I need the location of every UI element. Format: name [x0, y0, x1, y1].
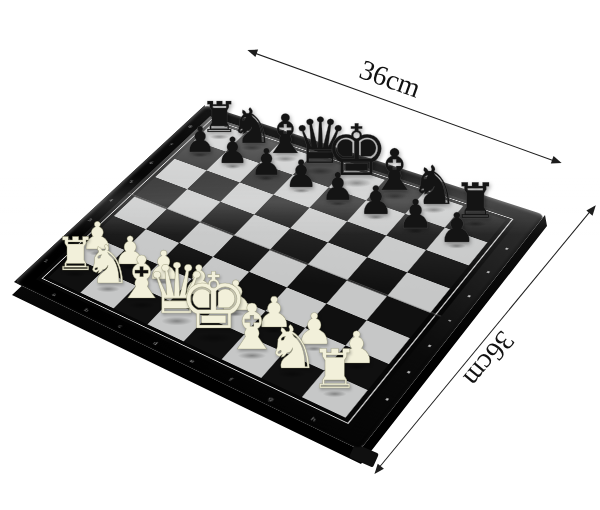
rank-label: 2: [65, 238, 71, 242]
file-label: b: [83, 308, 90, 313]
rim-dot: [469, 196, 473, 198]
file-label: c: [117, 324, 124, 329]
rim-dot: [486, 271, 490, 274]
rim-dot: [427, 345, 431, 348]
chess-board: abcdefgh87654321: [14, 105, 545, 450]
rank-label: 7: [168, 143, 174, 147]
dimension-label-top: 36cm: [355, 53, 424, 104]
rank-label: 5: [128, 179, 134, 183]
rim-dot: [385, 398, 389, 401]
rim-dot: [505, 248, 509, 251]
rim-dot: [251, 124, 254, 126]
file-label: e: [189, 358, 196, 364]
rim-dot: [407, 371, 411, 374]
board-grid: [48, 123, 505, 418]
rim-dot: [354, 158, 358, 160]
rank-label: 4: [108, 198, 114, 202]
rim-dot: [284, 135, 287, 137]
rank-label: 8: [187, 125, 193, 129]
file-label: g: [267, 396, 275, 402]
rim-dot: [447, 319, 451, 322]
file-label: d: [152, 341, 159, 346]
rim-dot: [429, 182, 433, 184]
rank-label: 1: [43, 258, 49, 263]
rank-label: 3: [87, 218, 93, 222]
rim-dot: [391, 170, 395, 172]
file-label: a: [51, 292, 58, 297]
dimension-label-right: 36cm: [457, 325, 521, 393]
file-label: f: [228, 377, 234, 382]
file-label: h: [310, 416, 318, 422]
rank-label: 6: [148, 161, 154, 165]
rim-dot: [318, 146, 322, 148]
rim-dot: [467, 295, 471, 298]
product-photo: abcdefgh87654321 ♜♞♝♛♚♝♞♜♟♟♟♟♟♟♟♟♟♟♟♟♟♟♟…: [0, 0, 600, 510]
